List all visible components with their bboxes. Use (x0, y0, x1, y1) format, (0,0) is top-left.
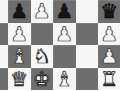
square-h3[interactable]: ♟ (98, 23, 120, 46)
chess-board: ♟♟♟♛♟♟♟♝♞♟♛♚♝♜ (0, 0, 120, 90)
square-d3[interactable]: ♟ (8, 23, 31, 46)
square-h4[interactable]: ♛ (98, 0, 120, 23)
white-pawn-icon[interactable]: ♟ (100, 45, 118, 68)
square-c3[interactable] (0, 23, 8, 46)
square-h2[interactable]: ♟ (98, 45, 120, 68)
white-pawn-icon[interactable]: ♟ (100, 22, 118, 45)
square-f4[interactable]: ♟ (53, 0, 76, 23)
square-h1[interactable]: ♜ (98, 68, 120, 91)
square-g1[interactable] (76, 68, 99, 91)
white-pawn-icon[interactable]: ♟ (10, 22, 28, 45)
white-pawn-icon[interactable]: ♟ (33, 0, 51, 22)
white-rook-icon[interactable]: ♜ (100, 67, 118, 90)
square-c2[interactable] (0, 45, 8, 68)
square-e3[interactable] (31, 23, 54, 46)
black-queen-icon[interactable]: ♛ (100, 0, 118, 22)
square-f3[interactable]: ♟ (53, 23, 76, 46)
black-pawn-icon[interactable]: ♟ (55, 0, 73, 22)
square-d1[interactable]: ♛ (8, 68, 31, 91)
square-g3[interactable] (76, 23, 99, 46)
square-g4[interactable] (76, 0, 99, 23)
white-bishop-icon[interactable]: ♝ (55, 67, 73, 90)
white-king-icon[interactable]: ♚ (33, 67, 51, 90)
square-f2[interactable] (53, 45, 76, 68)
square-e2[interactable]: ♞ (31, 45, 54, 68)
white-pawn-icon[interactable]: ♟ (55, 22, 73, 45)
board-viewport: ♟♟♟♛♟♟♟♝♞♟♛♚♝♜ (0, 0, 120, 90)
square-e4[interactable]: ♟ (31, 0, 54, 23)
white-bishop-icon[interactable]: ♝ (10, 45, 28, 68)
square-g2[interactable] (76, 45, 99, 68)
white-knight-icon[interactable]: ♞ (33, 45, 51, 68)
square-f1[interactable]: ♝ (53, 68, 76, 91)
square-c1[interactable] (0, 68, 8, 91)
square-c4[interactable] (0, 0, 8, 23)
square-d4[interactable]: ♟ (8, 0, 31, 23)
white-queen-icon[interactable]: ♛ (10, 67, 28, 90)
black-pawn-icon[interactable]: ♟ (10, 0, 28, 22)
square-d2[interactable]: ♝ (8, 45, 31, 68)
square-e1[interactable]: ♚ (31, 68, 54, 91)
